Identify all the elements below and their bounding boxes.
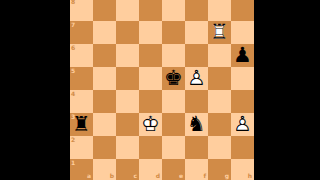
piece-black-pawn-h6[interactable]: ♟ xyxy=(231,44,254,67)
square-b5[interactable] xyxy=(93,67,116,90)
square-f5[interactable]: ♟♙ xyxy=(185,67,208,90)
piece-white-pawn-f5[interactable]: ♟♙ xyxy=(185,67,208,90)
file-label-c: c xyxy=(133,173,137,179)
square-h8[interactable] xyxy=(231,0,254,21)
square-a1[interactable]: 1a xyxy=(70,159,93,180)
square-b1[interactable]: b xyxy=(93,159,116,180)
rank-label-2: 2 xyxy=(71,137,75,143)
file-label-b: b xyxy=(110,173,114,179)
white-king-glyph-outline: ♔ xyxy=(139,113,162,136)
square-h4[interactable] xyxy=(231,90,254,113)
piece-black-rook-a3[interactable]: ♜ xyxy=(70,113,93,136)
square-d6[interactable] xyxy=(139,44,162,67)
square-f3[interactable]: ♞ xyxy=(185,113,208,136)
chessboard: 87♜♖6♟5♚♟♙43♜♚♔♞♟♙21abcdefgh xyxy=(70,0,254,180)
square-h1[interactable]: h xyxy=(231,159,254,180)
square-g2[interactable] xyxy=(208,136,231,159)
square-g7[interactable]: ♜♖ xyxy=(208,21,231,44)
file-label-e: e xyxy=(179,173,183,179)
square-e8[interactable] xyxy=(162,0,185,21)
letterbox-right xyxy=(254,0,320,180)
file-label-d: d xyxy=(156,173,160,179)
square-f7[interactable] xyxy=(185,21,208,44)
square-c5[interactable] xyxy=(116,67,139,90)
rank-label-4: 4 xyxy=(71,91,75,97)
square-g5[interactable] xyxy=(208,67,231,90)
rank-label-7: 7 xyxy=(71,22,75,28)
video-frame: 87♜♖6♟5♚♟♙43♜♚♔♞♟♙21abcdefgh xyxy=(0,0,320,180)
square-d2[interactable] xyxy=(139,136,162,159)
square-f6[interactable] xyxy=(185,44,208,67)
square-e1[interactable]: e xyxy=(162,159,185,180)
file-label-a: a xyxy=(87,173,91,179)
square-h6[interactable]: ♟ xyxy=(231,44,254,67)
square-c4[interactable] xyxy=(116,90,139,113)
square-d5[interactable] xyxy=(139,67,162,90)
black-knight-glyph: ♞ xyxy=(185,113,208,136)
square-c8[interactable] xyxy=(116,0,139,21)
rank-label-6: 6 xyxy=(71,45,75,51)
square-f2[interactable] xyxy=(185,136,208,159)
file-label-h: h xyxy=(248,173,252,179)
square-h5[interactable] xyxy=(231,67,254,90)
white-pawn-glyph-outline: ♙ xyxy=(185,67,208,90)
square-e7[interactable] xyxy=(162,21,185,44)
square-g4[interactable] xyxy=(208,90,231,113)
piece-black-king-e5[interactable]: ♚ xyxy=(162,67,185,90)
square-h2[interactable] xyxy=(231,136,254,159)
square-e4[interactable] xyxy=(162,90,185,113)
square-h7[interactable] xyxy=(231,21,254,44)
square-g3[interactable] xyxy=(208,113,231,136)
square-f4[interactable] xyxy=(185,90,208,113)
square-f8[interactable] xyxy=(185,0,208,21)
square-f1[interactable]: f xyxy=(185,159,208,180)
square-a5[interactable]: 5 xyxy=(70,67,93,90)
letterbox-left xyxy=(0,0,70,180)
square-e5[interactable]: ♚ xyxy=(162,67,185,90)
piece-white-pawn-h3[interactable]: ♟♙ xyxy=(231,113,254,136)
square-d1[interactable]: d xyxy=(139,159,162,180)
square-a2[interactable]: 2 xyxy=(70,136,93,159)
piece-white-rook-g7[interactable]: ♜♖ xyxy=(208,21,231,44)
file-label-f: f xyxy=(203,173,206,179)
square-e2[interactable] xyxy=(162,136,185,159)
square-a8[interactable]: 8 xyxy=(70,0,93,21)
square-h3[interactable]: ♟♙ xyxy=(231,113,254,136)
square-g8[interactable] xyxy=(208,0,231,21)
piece-black-knight-f3[interactable]: ♞ xyxy=(185,113,208,136)
square-b8[interactable] xyxy=(93,0,116,21)
square-c1[interactable]: c xyxy=(116,159,139,180)
black-rook-glyph: ♜ xyxy=(70,113,93,136)
white-rook-glyph-outline: ♖ xyxy=(208,21,231,44)
rank-label-1: 1 xyxy=(71,160,75,166)
square-b3[interactable] xyxy=(93,113,116,136)
square-c6[interactable] xyxy=(116,44,139,67)
file-label-g: g xyxy=(225,173,229,179)
square-b2[interactable] xyxy=(93,136,116,159)
square-a3[interactable]: 3♜ xyxy=(70,113,93,136)
rank-label-5: 5 xyxy=(71,68,75,74)
square-b7[interactable] xyxy=(93,21,116,44)
square-c2[interactable] xyxy=(116,136,139,159)
square-d3[interactable]: ♚♔ xyxy=(139,113,162,136)
square-c7[interactable] xyxy=(116,21,139,44)
square-d8[interactable] xyxy=(139,0,162,21)
square-b6[interactable] xyxy=(93,44,116,67)
square-a7[interactable]: 7 xyxy=(70,21,93,44)
square-g6[interactable] xyxy=(208,44,231,67)
square-a6[interactable]: 6 xyxy=(70,44,93,67)
white-pawn-glyph-outline: ♙ xyxy=(231,113,254,136)
piece-white-king-d3[interactable]: ♚♔ xyxy=(139,113,162,136)
square-d7[interactable] xyxy=(139,21,162,44)
rank-label-8: 8 xyxy=(71,0,75,5)
square-d4[interactable] xyxy=(139,90,162,113)
square-b4[interactable] xyxy=(93,90,116,113)
square-e3[interactable] xyxy=(162,113,185,136)
square-e6[interactable] xyxy=(162,44,185,67)
square-g1[interactable]: g xyxy=(208,159,231,180)
square-c3[interactable] xyxy=(116,113,139,136)
black-king-glyph: ♚ xyxy=(162,67,185,90)
black-pawn-glyph: ♟ xyxy=(231,44,254,67)
square-a4[interactable]: 4 xyxy=(70,90,93,113)
